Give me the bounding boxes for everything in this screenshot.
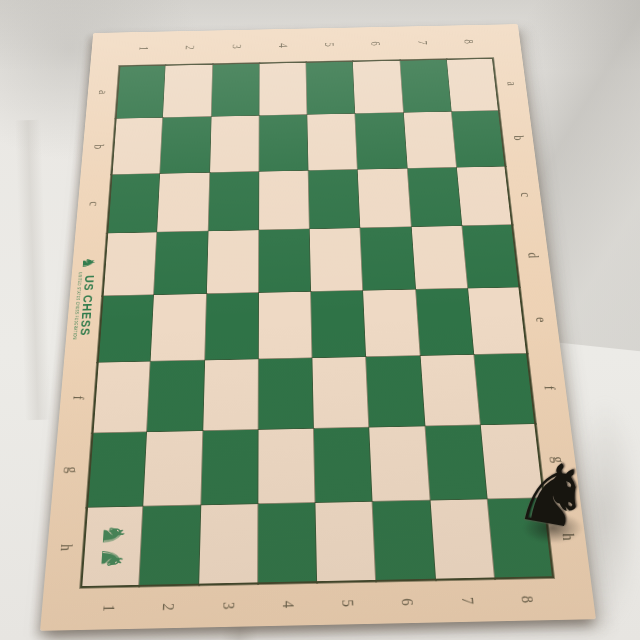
rank-label-top-8: 8 <box>444 25 494 59</box>
rank-label-bottom-4: 4 <box>258 583 318 626</box>
piece-black-knight-h8[interactable]: ♞ <box>511 441 599 552</box>
rank-label-top-4-text: 4 <box>276 43 288 48</box>
square-e2[interactable] <box>151 294 207 361</box>
file-label-left-a-text: a <box>96 90 109 94</box>
file-label-left-b: b <box>81 119 115 176</box>
rank-label-bottom-4-text: 4 <box>280 601 296 609</box>
square-f6[interactable] <box>366 356 425 427</box>
square-h1[interactable]: ♞♞ <box>80 507 143 588</box>
rank-label-bottom-1: 1 <box>77 587 139 630</box>
rank-label-top-7: 7 <box>398 26 447 60</box>
file-label-left-f-text: f <box>70 395 85 399</box>
rank-label-bottom-6-text: 6 <box>399 598 415 606</box>
square-g4[interactable] <box>258 428 315 504</box>
square-e6[interactable] <box>363 290 420 357</box>
rank-label-bottom-3-text: 3 <box>220 602 236 610</box>
file-label-left-g-text: g <box>64 467 80 474</box>
square-f3[interactable] <box>203 359 259 431</box>
square-c5[interactable] <box>308 169 360 229</box>
square-b7[interactable] <box>403 112 456 169</box>
margin-corner-top-left <box>90 32 121 66</box>
square-a8[interactable] <box>447 58 500 112</box>
margin-corner-bottom-left <box>40 588 80 631</box>
square-c7[interactable] <box>407 167 462 227</box>
rank-label-bottom-7: 7 <box>436 579 499 622</box>
file-label-left-c-text: c <box>87 202 101 207</box>
file-label-left-g: g <box>51 433 92 509</box>
rank-label-top-8-text: 8 <box>462 39 475 44</box>
square-b2[interactable] <box>160 117 211 174</box>
square-d6[interactable] <box>361 227 416 290</box>
square-a6[interactable] <box>353 60 403 114</box>
square-a1[interactable] <box>115 65 166 119</box>
square-b3[interactable] <box>210 116 260 173</box>
square-d4[interactable] <box>259 229 311 293</box>
square-b5[interactable] <box>307 114 358 171</box>
double-knight-mark-row: ♞♞ <box>96 523 128 570</box>
rank-label-top-1-text: 1 <box>137 46 150 51</box>
rank-label-top-2: 2 <box>166 31 214 65</box>
square-d8[interactable] <box>462 225 520 288</box>
rank-label-top-3: 3 <box>213 30 260 64</box>
file-label-right-f-text: f <box>541 385 556 389</box>
square-e7[interactable] <box>416 288 474 355</box>
square-g5[interactable] <box>314 427 373 503</box>
watermark-knight-icon: ♞ <box>96 546 127 570</box>
square-f5[interactable] <box>312 357 369 428</box>
square-d7[interactable] <box>411 226 468 289</box>
margin-corner-top-right <box>490 24 523 58</box>
square-c1[interactable] <box>107 173 161 233</box>
square-b8[interactable] <box>451 111 506 168</box>
square-d1[interactable] <box>102 233 157 297</box>
square-c8[interactable] <box>457 166 513 226</box>
rank-label-top-2-text: 2 <box>184 45 196 50</box>
rank-label-bottom-5: 5 <box>317 582 378 625</box>
us-chess-knight-icon: ♞ <box>80 257 97 269</box>
square-g3[interactable] <box>201 429 259 505</box>
square-h7[interactable] <box>430 500 495 581</box>
rank-label-bottom-3: 3 <box>198 584 258 627</box>
square-g6[interactable] <box>369 426 430 502</box>
square-e1[interactable] <box>97 295 154 362</box>
square-c2[interactable] <box>157 172 209 232</box>
us-chess-logo-row: ♞ US CHESS UNITED STATES CHESS FEDERATIO… <box>72 257 99 340</box>
rank-label-bottom-8: 8 <box>495 578 559 621</box>
square-a7[interactable] <box>400 59 452 113</box>
square-d3[interactable] <box>206 230 258 294</box>
square-a2[interactable] <box>163 64 212 118</box>
file-label-left-b-text: b <box>91 144 104 149</box>
square-h5[interactable] <box>315 502 376 583</box>
rank-label-top-5: 5 <box>306 28 353 62</box>
square-g7[interactable] <box>425 425 487 501</box>
square-c6[interactable] <box>358 168 411 228</box>
rank-label-bottom-7-text: 7 <box>459 597 475 605</box>
rank-label-bottom-8-text: 8 <box>518 596 535 604</box>
us-chess-logo-texts: US CHESS UNITED STATES CHESS FEDERATION <box>72 272 98 340</box>
square-f4[interactable] <box>258 358 314 429</box>
rank-label-top-6-text: 6 <box>369 41 382 46</box>
square-h3[interactable] <box>199 504 258 585</box>
rank-label-top-7-text: 7 <box>416 40 429 45</box>
margin-corner-bottom-right <box>554 577 596 620</box>
square-b4[interactable] <box>259 115 308 172</box>
square-a5[interactable] <box>306 61 355 115</box>
square-e5[interactable] <box>311 291 366 358</box>
square-e4[interactable] <box>259 292 313 359</box>
square-d5[interactable] <box>310 228 364 291</box>
square-a3[interactable] <box>211 63 259 117</box>
square-d2[interactable] <box>154 231 208 295</box>
rank-label-top-3-text: 3 <box>230 44 242 49</box>
square-h6[interactable] <box>373 501 436 582</box>
square-f2[interactable] <box>147 360 204 432</box>
square-f1[interactable] <box>92 361 151 433</box>
file-label-right-b-text: b <box>511 135 525 140</box>
file-label-right-a-text: a <box>504 81 517 85</box>
rank-label-top-5-text: 5 <box>323 42 335 47</box>
square-g2[interactable] <box>143 431 202 507</box>
square-e8[interactable] <box>468 287 528 354</box>
us-chess-double-knight-mark: ♞♞ <box>80 507 143 588</box>
square-b1[interactable] <box>111 118 163 175</box>
square-f8[interactable] <box>474 353 536 424</box>
rank-label-top-4: 4 <box>259 29 306 63</box>
square-g1[interactable] <box>86 432 147 508</box>
square-f7[interactable] <box>420 355 480 426</box>
rank-label-bottom-2-text: 2 <box>160 603 176 611</box>
rank-label-bottom-5-text: 5 <box>339 599 355 607</box>
square-h2[interactable] <box>139 506 200 587</box>
file-label-right-e-text: e <box>533 317 548 322</box>
file-label-right-c-text: c <box>518 192 532 197</box>
square-e3[interactable] <box>205 293 259 360</box>
square-c3[interactable] <box>208 171 259 231</box>
rank-label-bottom-6: 6 <box>376 580 438 623</box>
rank-label-top-6: 6 <box>352 27 400 61</box>
watermark-knight-icon: ♞ <box>98 523 128 547</box>
fabric-crease-left <box>15 120 51 421</box>
square-a4[interactable] <box>259 62 307 116</box>
rank-label-bottom-2: 2 <box>137 585 198 628</box>
rank-label-top-1: 1 <box>119 31 167 65</box>
file-label-right-d-text: d <box>525 253 539 259</box>
square-b6[interactable] <box>355 113 407 170</box>
rank-label-bottom-1-text: 1 <box>100 604 116 612</box>
file-label-left-f: f <box>58 362 97 433</box>
file-label-right-a: a <box>493 57 529 110</box>
black-knight-glyph: ♞ <box>508 442 598 548</box>
file-label-left-a: a <box>86 66 119 120</box>
square-c4[interactable] <box>259 170 310 230</box>
file-label-left-h: h <box>44 508 86 589</box>
photo-scene: ♞ US CHESS UNITED STATES CHESS FEDERATIO… <box>0 0 640 640</box>
file-label-left-h-text: h <box>57 544 73 551</box>
square-h4[interactable] <box>258 503 317 584</box>
file-label-left-c: c <box>75 174 111 234</box>
chess-mat: ♞ US CHESS UNITED STATES CHESS FEDERATIO… <box>40 24 596 631</box>
